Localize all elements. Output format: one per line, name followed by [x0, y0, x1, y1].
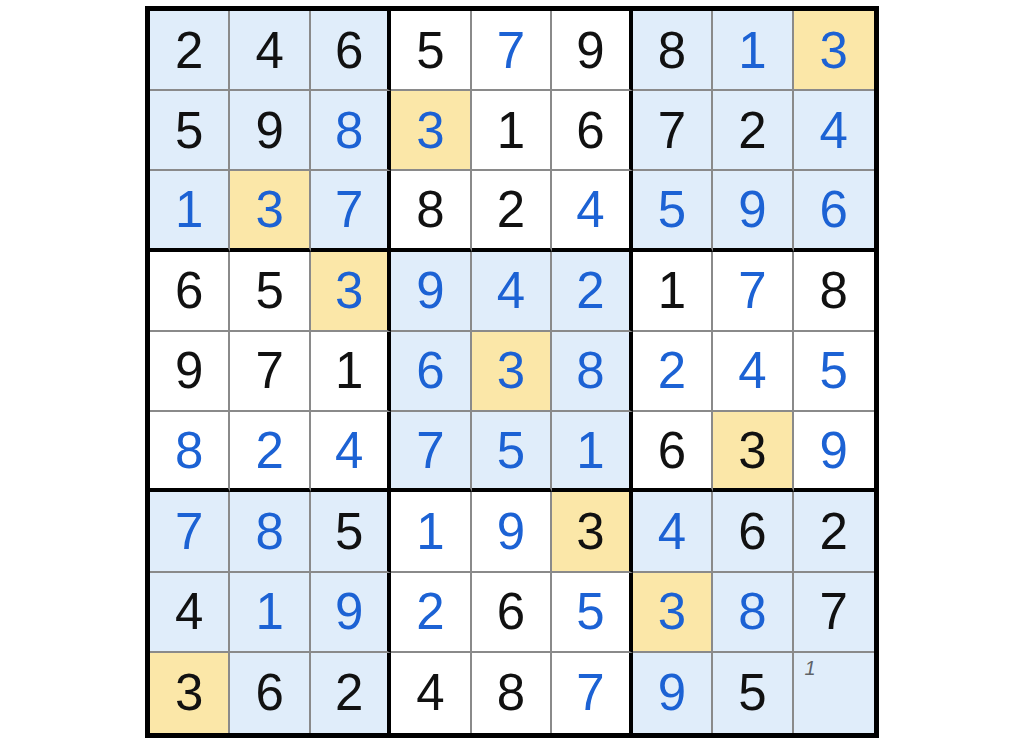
given-digit: 2 [820, 506, 848, 557]
sudoku-cell-r6c9[interactable]: 9 [794, 412, 874, 492]
given-digit: 4 [416, 667, 444, 718]
sudoku-cell-r1c1[interactable]: 2 [150, 11, 230, 91]
entered-digit: 4 [820, 105, 848, 156]
given-digit: 6 [576, 105, 604, 156]
entered-digit: 3 [497, 345, 525, 396]
given-digit: 8 [658, 25, 686, 76]
entered-digit: 8 [576, 345, 604, 396]
entered-digit: 8 [255, 506, 283, 557]
given-digit: 7 [820, 586, 848, 637]
sudoku-cell-r8c1[interactable]: 4 [150, 573, 230, 653]
sudoku-cell-r7c2[interactable]: 8 [230, 492, 310, 572]
entered-digit: 9 [820, 425, 848, 476]
entered-digit: 3 [820, 25, 848, 76]
sudoku-cell-r8c2[interactable]: 1 [230, 573, 310, 653]
entered-digit: 5 [576, 586, 604, 637]
given-digit: 5 [335, 506, 363, 557]
given-digit: 9 [576, 25, 604, 76]
entered-digit: 9 [497, 506, 525, 557]
sudoku-cell-r6c6[interactable]: 1 [552, 412, 632, 492]
entered-digit: 1 [416, 506, 444, 557]
entered-digit: 2 [576, 265, 604, 316]
entered-digit: 1 [738, 25, 766, 76]
sudoku-cell-r7c1[interactable]: 7 [150, 492, 230, 572]
sudoku-cell-r7c5[interactable]: 9 [472, 492, 552, 572]
entered-digit: 6 [416, 345, 444, 396]
given-digit: 8 [497, 667, 525, 718]
sudoku-cell-r3c8[interactable]: 9 [713, 171, 793, 251]
sudoku-cell-r8c8[interactable]: 8 [713, 573, 793, 653]
sudoku-cell-r9c6[interactable]: 7 [552, 653, 632, 733]
sudoku-cell-r3c3[interactable]: 7 [311, 171, 391, 251]
sudoku-cell-r6c8[interactable]: 3 [713, 412, 793, 492]
given-digit: 6 [738, 506, 766, 557]
sudoku-cell-r3c5[interactable]: 2 [472, 171, 552, 251]
given-digit: 9 [175, 345, 203, 396]
given-digit: 1 [497, 105, 525, 156]
sudoku-cell-r1c5[interactable]: 7 [472, 11, 552, 91]
entered-digit: 1 [255, 586, 283, 637]
sudoku-cell-r4c5[interactable]: 4 [472, 252, 552, 332]
sudoku-cell-r7c9[interactable]: 2 [794, 492, 874, 572]
sudoku-cell-r9c9[interactable]: 1 [794, 653, 874, 733]
entered-digit: 4 [576, 184, 604, 235]
sudoku-cell-r8c4[interactable]: 2 [391, 573, 471, 653]
entered-digit: 8 [335, 105, 363, 156]
sudoku-cell-r4c1[interactable]: 6 [150, 252, 230, 332]
entered-digit: 5 [497, 425, 525, 476]
entered-digit: 7 [175, 506, 203, 557]
entered-digit: 2 [255, 425, 283, 476]
entered-digit: 4 [497, 265, 525, 316]
given-digit: 6 [175, 265, 203, 316]
sudoku-cell-r4c3[interactable]: 3 [311, 252, 391, 332]
sudoku-cell-r4c9[interactable]: 8 [794, 252, 874, 332]
given-digit: 5 [738, 667, 766, 718]
given-digit: 1 [335, 345, 363, 396]
sudoku-cell-r8c6[interactable]: 5 [552, 573, 632, 653]
entered-digit: 4 [738, 345, 766, 396]
sudoku-cell-r9c4[interactable]: 4 [391, 653, 471, 733]
sudoku-cell-r7c3[interactable]: 5 [311, 492, 391, 572]
sudoku-cell-r1c2[interactable]: 4 [230, 11, 310, 91]
entered-digit: 5 [658, 184, 686, 235]
sudoku-cell-r6c4[interactable]: 7 [391, 412, 471, 492]
sudoku-cell-r3c9[interactable]: 6 [794, 171, 874, 251]
sudoku-cell-r5c9[interactable]: 5 [794, 332, 874, 412]
entered-digit: 4 [335, 425, 363, 476]
entered-digit: 2 [658, 345, 686, 396]
sudoku-cell-r3c7[interactable]: 5 [633, 171, 713, 251]
sudoku-cell-r7c8[interactable]: 6 [713, 492, 793, 572]
sudoku-cell-r7c4[interactable]: 1 [391, 492, 471, 572]
given-digit: 5 [416, 25, 444, 76]
entered-digit: 3 [658, 586, 686, 637]
sudoku-cell-r3c4[interactable]: 8 [391, 171, 471, 251]
given-digit: 9 [255, 105, 283, 156]
given-digit: 4 [255, 25, 283, 76]
sudoku-cell-r7c7[interactable]: 4 [633, 492, 713, 572]
sudoku-cell-r6c2[interactable]: 2 [230, 412, 310, 492]
entered-digit: 7 [416, 425, 444, 476]
given-digit: 8 [416, 184, 444, 235]
sudoku-cell-r6c1[interactable]: 8 [150, 412, 230, 492]
sudoku-cell-r7c6[interactable]: 3 [552, 492, 632, 572]
sudoku-cell-r1c6[interactable]: 9 [552, 11, 632, 91]
entered-digit: 4 [658, 506, 686, 557]
given-digit: 2 [335, 667, 363, 718]
given-digit: 1 [658, 265, 686, 316]
sudoku-cell-r9c8[interactable]: 5 [713, 653, 793, 733]
sudoku-cell-r2c4[interactable]: 3 [391, 91, 471, 171]
sudoku-cell-r8c3[interactable]: 9 [311, 573, 391, 653]
given-digit: 2 [497, 184, 525, 235]
given-digit: 6 [255, 667, 283, 718]
given-digit: 6 [497, 586, 525, 637]
page-background: 2465798135983167241378245966539421789716… [0, 0, 1024, 747]
sudoku-cell-r5c1[interactable]: 9 [150, 332, 230, 412]
pencil-mark: 1 [805, 658, 816, 678]
given-digit: 3 [738, 425, 766, 476]
sudoku-cell-r6c7[interactable]: 6 [633, 412, 713, 492]
given-digit: 6 [658, 425, 686, 476]
sudoku-cell-r3c6[interactable]: 4 [552, 171, 632, 251]
sudoku-cell-r4c2[interactable]: 5 [230, 252, 310, 332]
sudoku-cell-r1c4[interactable]: 5 [391, 11, 471, 91]
sudoku-cell-r5c4[interactable]: 6 [391, 332, 471, 412]
sudoku-cell-r5c3[interactable]: 1 [311, 332, 391, 412]
sudoku-cell-r1c7[interactable]: 8 [633, 11, 713, 91]
entered-digit: 6 [820, 184, 848, 235]
given-digit: 3 [175, 667, 203, 718]
sudoku-cell-r2c2[interactable]: 9 [230, 91, 310, 171]
given-digit: 2 [738, 105, 766, 156]
sudoku-cell-r4c8[interactable]: 7 [713, 252, 793, 332]
sudoku-cell-r6c3[interactable]: 4 [311, 412, 391, 492]
sudoku-cell-r9c3[interactable]: 2 [311, 653, 391, 733]
sudoku-cell-r2c3[interactable]: 8 [311, 91, 391, 171]
entered-digit: 7 [335, 184, 363, 235]
given-digit: 5 [255, 265, 283, 316]
sudoku-cell-r9c1[interactable]: 3 [150, 653, 230, 733]
entered-digit: 2 [416, 586, 444, 637]
sudoku-cell-r2c9[interactable]: 4 [794, 91, 874, 171]
sudoku-cell-r5c6[interactable]: 8 [552, 332, 632, 412]
sudoku-cell-r4c7[interactable]: 1 [633, 252, 713, 332]
sudoku-cell-r5c8[interactable]: 4 [713, 332, 793, 412]
entered-digit: 1 [175, 184, 203, 235]
sudoku-cell-r3c2[interactable]: 3 [230, 171, 310, 251]
given-digit: 6 [335, 25, 363, 76]
given-digit: 4 [175, 586, 203, 637]
given-digit: 3 [576, 506, 604, 557]
sudoku-board: 2465798135983167241378245966539421789716… [145, 6, 879, 738]
sudoku-cell-r3c1[interactable]: 1 [150, 171, 230, 251]
given-digit: 7 [658, 105, 686, 156]
entered-digit: 9 [658, 667, 686, 718]
sudoku-cell-r2c1[interactable]: 5 [150, 91, 230, 171]
sudoku-cell-r9c5[interactable]: 8 [472, 653, 552, 733]
sudoku-cell-r8c9[interactable]: 7 [794, 573, 874, 653]
sudoku-cell-r2c6[interactable]: 6 [552, 91, 632, 171]
given-digit: 7 [255, 345, 283, 396]
entered-digit: 5 [820, 345, 848, 396]
entered-digit: 9 [738, 184, 766, 235]
entered-digit: 3 [255, 184, 283, 235]
given-digit: 2 [175, 25, 203, 76]
entered-digit: 3 [335, 265, 363, 316]
sudoku-cell-r2c7[interactable]: 7 [633, 91, 713, 171]
sudoku-cell-r1c3[interactable]: 6 [311, 11, 391, 91]
sudoku-cell-r2c5[interactable]: 1 [472, 91, 552, 171]
sudoku-cell-r8c7[interactable]: 3 [633, 573, 713, 653]
entered-digit: 8 [175, 425, 203, 476]
sudoku-cell-r6c5[interactable]: 5 [472, 412, 552, 492]
sudoku-cell-r5c7[interactable]: 2 [633, 332, 713, 412]
entered-digit: 9 [335, 586, 363, 637]
sudoku-cell-r2c8[interactable]: 2 [713, 91, 793, 171]
given-digit: 5 [175, 105, 203, 156]
sudoku-cell-r5c5[interactable]: 3 [472, 332, 552, 412]
sudoku-cell-r5c2[interactable]: 7 [230, 332, 310, 412]
entered-digit: 7 [497, 25, 525, 76]
sudoku-cell-r4c6[interactable]: 2 [552, 252, 632, 332]
entered-digit: 8 [738, 586, 766, 637]
entered-digit: 7 [738, 265, 766, 316]
entered-digit: 3 [416, 105, 444, 156]
sudoku-cell-r9c7[interactable]: 9 [633, 653, 713, 733]
sudoku-cell-r1c8[interactable]: 1 [713, 11, 793, 91]
given-digit: 8 [820, 265, 848, 316]
entered-digit: 9 [416, 265, 444, 316]
sudoku-cell-r4c4[interactable]: 9 [391, 252, 471, 332]
sudoku-cell-r8c5[interactable]: 6 [472, 573, 552, 653]
entered-digit: 1 [576, 425, 604, 476]
sudoku-cell-r9c2[interactable]: 6 [230, 653, 310, 733]
sudoku-cell-r1c9[interactable]: 3 [794, 11, 874, 91]
entered-digit: 7 [576, 667, 604, 718]
